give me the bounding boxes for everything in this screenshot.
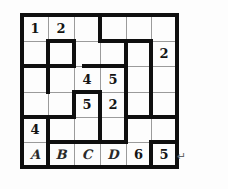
cell-r3c3[interactable]: 4 <box>74 66 100 92</box>
cell-r2c6[interactable]: 2 <box>151 41 177 66</box>
region-border-vertical <box>175 13 179 169</box>
cell-r4c3[interactable]: 5 <box>74 92 100 117</box>
cell-r6c5[interactable]: 6 <box>126 142 151 167</box>
cell-r6c2[interactable]: B <box>48 142 74 167</box>
cell-r2c4[interactable] <box>100 41 126 66</box>
cell-r5c3[interactable] <box>74 117 100 142</box>
region-border-horizontal <box>20 165 179 169</box>
cell-r5c1[interactable]: 4 <box>22 117 48 142</box>
cell-r4c4[interactable]: 2 <box>100 92 126 117</box>
paragraph-return-icon: ↵ <box>177 150 191 164</box>
cell-r6c6[interactable]: 5 <box>151 142 177 167</box>
region-border-horizontal <box>149 140 179 144</box>
cell-r1c5[interactable] <box>126 15 151 41</box>
region-border-horizontal <box>72 90 102 94</box>
cell-r6c3[interactable]: C <box>74 142 100 167</box>
cell-r3c4[interactable]: 5 <box>100 66 126 92</box>
cell-r6c1[interactable]: A <box>22 142 48 167</box>
region-border-vertical <box>20 13 24 169</box>
cell-r1c1[interactable]: 1 <box>22 15 48 41</box>
region-border-vertical <box>149 39 153 119</box>
region-border-horizontal <box>46 140 128 144</box>
puzzle-page: 12245524ABCD65 ↵ <box>0 0 228 189</box>
region-border-horizontal <box>20 13 179 17</box>
cell-r1c6[interactable] <box>151 15 177 41</box>
cell-r3c2[interactable] <box>48 66 74 92</box>
cell-r6c4[interactable]: D <box>100 142 126 167</box>
cell-r2c5[interactable] <box>126 41 151 66</box>
region-border-horizontal <box>124 115 179 119</box>
cell-r3c5[interactable] <box>126 66 151 92</box>
region-border-horizontal <box>20 64 76 68</box>
cell-r3c1[interactable] <box>22 66 48 92</box>
cell-r4c5[interactable] <box>126 92 151 117</box>
cell-r1c3[interactable] <box>74 15 100 41</box>
cell-r4c1[interactable] <box>22 92 48 117</box>
cell-r5c6[interactable] <box>151 117 177 142</box>
cell-r1c2[interactable]: 2 <box>48 15 74 41</box>
cell-r3c6[interactable] <box>151 66 177 92</box>
cell-r5c5[interactable] <box>126 117 151 142</box>
cell-r2c3[interactable] <box>74 41 100 66</box>
cell-r2c2[interactable] <box>48 41 74 66</box>
cell-r5c4[interactable] <box>100 117 126 142</box>
cell-r5c2[interactable] <box>48 117 74 142</box>
region-border-horizontal <box>98 39 153 43</box>
cell-r4c6[interactable] <box>151 92 177 117</box>
region-border-vertical <box>124 39 128 144</box>
region-border-vertical <box>98 90 102 144</box>
puzzle-board: 12245524ABCD65 <box>0 0 228 189</box>
region-border-horizontal <box>20 115 76 119</box>
cell-r2c1[interactable] <box>22 41 48 66</box>
cell-r4c2[interactable] <box>48 92 74 117</box>
cell-r1c4[interactable] <box>100 15 126 41</box>
region-border-horizontal <box>82 64 128 68</box>
region-border-horizontal <box>46 39 76 43</box>
